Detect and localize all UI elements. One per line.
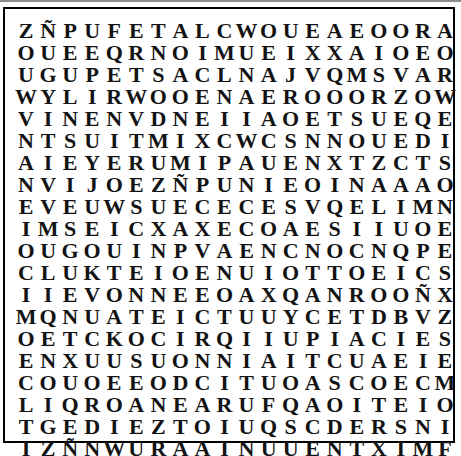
grid-cell[interactable]: P bbox=[169, 240, 191, 262]
grid-cell[interactable]: E bbox=[103, 64, 125, 86]
grid-cell[interactable]: O bbox=[302, 86, 324, 108]
grid-cell[interactable]: E bbox=[147, 306, 169, 328]
grid-cell[interactable]: R bbox=[81, 394, 103, 416]
grid-cell[interactable]: E bbox=[434, 218, 456, 240]
grid-cell[interactable]: I bbox=[15, 284, 37, 306]
grid-cell[interactable]: M bbox=[147, 130, 169, 152]
grid-cell[interactable]: I bbox=[191, 42, 213, 64]
grid-cell[interactable]: N bbox=[324, 130, 346, 152]
grid-cell[interactable]: V bbox=[37, 174, 59, 196]
grid-cell[interactable]: T bbox=[213, 306, 235, 328]
grid-cell[interactable]: A bbox=[390, 174, 412, 196]
grid-cell[interactable]: N bbox=[235, 174, 257, 196]
grid-cell[interactable]: Q bbox=[103, 42, 125, 64]
grid-cell[interactable]: E bbox=[59, 42, 81, 64]
grid-cell[interactable]: E bbox=[412, 42, 434, 64]
grid-cell[interactable]: A bbox=[235, 152, 257, 174]
grid-cell[interactable]: E bbox=[125, 262, 147, 284]
grid-cell[interactable]: E bbox=[302, 218, 324, 240]
grid-cell[interactable]: E bbox=[302, 20, 324, 42]
grid-cell[interactable]: I bbox=[59, 174, 81, 196]
grid-cell[interactable]: Z bbox=[37, 438, 59, 456]
grid-cell[interactable]: E bbox=[191, 262, 213, 284]
grid-cell[interactable]: E bbox=[37, 328, 59, 350]
grid-cell[interactable]: M bbox=[434, 372, 456, 394]
grid-cell[interactable]: I bbox=[412, 350, 434, 372]
grid-cell[interactable]: E bbox=[302, 438, 324, 456]
grid-cell[interactable]: T bbox=[103, 262, 125, 284]
grid-cell[interactable]: E bbox=[390, 108, 412, 130]
grid-cell[interactable]: U bbox=[258, 372, 280, 394]
grid-cell[interactable]: E bbox=[169, 394, 191, 416]
grid-cell[interactable]: E bbox=[81, 218, 103, 240]
grid-cell[interactable]: E bbox=[125, 416, 147, 438]
grid-cell[interactable]: T bbox=[346, 152, 368, 174]
grid-cell[interactable]: T bbox=[302, 350, 324, 372]
grid-cell[interactable]: U bbox=[368, 130, 390, 152]
grid-cell[interactable]: S bbox=[324, 218, 346, 240]
grid-cell[interactable]: A bbox=[15, 152, 37, 174]
grid-cell[interactable]: U bbox=[235, 416, 257, 438]
grid-cell[interactable]: L bbox=[15, 394, 37, 416]
grid-cell[interactable]: O bbox=[368, 20, 390, 42]
grid-cell[interactable]: E bbox=[390, 394, 412, 416]
grid-cell[interactable]: N bbox=[213, 350, 235, 372]
grid-cell[interactable]: E bbox=[191, 86, 213, 108]
grid-cell[interactable]: I bbox=[434, 416, 456, 438]
grid-cell[interactable]: E bbox=[125, 174, 147, 196]
grid-cell[interactable]: P bbox=[213, 152, 235, 174]
grid-cell[interactable]: E bbox=[191, 284, 213, 306]
grid-cell[interactable]: V bbox=[302, 196, 324, 218]
grid-cell[interactable]: U bbox=[59, 64, 81, 86]
grid-cell[interactable]: U bbox=[81, 306, 103, 328]
grid-cell[interactable]: A bbox=[191, 438, 213, 456]
grid-cell[interactable]: D bbox=[147, 108, 169, 130]
grid-cell[interactable]: E bbox=[15, 196, 37, 218]
grid-cell[interactable]: P bbox=[59, 20, 81, 42]
grid-cell[interactable]: E bbox=[81, 42, 103, 64]
grid-cell[interactable]: L bbox=[37, 262, 59, 284]
grid-cell[interactable]: T bbox=[169, 416, 191, 438]
grid-cell[interactable]: V bbox=[125, 108, 147, 130]
grid-cell[interactable]: O bbox=[346, 130, 368, 152]
grid-cell[interactable]: L bbox=[368, 196, 390, 218]
grid-cell[interactable]: I bbox=[235, 108, 257, 130]
grid-cell[interactable]: R bbox=[103, 86, 125, 108]
grid-cell[interactable]: I bbox=[213, 108, 235, 130]
grid-cell[interactable]: W bbox=[125, 86, 147, 108]
grid-cell[interactable]: E bbox=[258, 42, 280, 64]
grid-cell[interactable]: G bbox=[59, 240, 81, 262]
grid-cell[interactable]: U bbox=[213, 174, 235, 196]
grid-cell[interactable]: C bbox=[412, 262, 434, 284]
grid-cell[interactable]: C bbox=[191, 306, 213, 328]
grid-cell[interactable]: U bbox=[103, 350, 125, 372]
grid-cell[interactable]: U bbox=[37, 42, 59, 64]
grid-cell[interactable]: R bbox=[191, 328, 213, 350]
grid-cell[interactable]: C bbox=[191, 196, 213, 218]
grid-cell[interactable]: Z bbox=[147, 416, 169, 438]
grid-cell[interactable]: T bbox=[346, 438, 368, 456]
grid-cell[interactable]: U bbox=[37, 240, 59, 262]
grid-cell[interactable]: I bbox=[169, 130, 191, 152]
grid-cell[interactable]: X bbox=[434, 284, 456, 306]
grid-cell[interactable]: E bbox=[125, 20, 147, 42]
grid-cell[interactable]: X bbox=[368, 438, 390, 456]
grid-cell[interactable]: U bbox=[235, 394, 257, 416]
grid-cell[interactable]: M bbox=[213, 42, 235, 64]
grid-cell[interactable]: U bbox=[280, 20, 302, 42]
grid-cell[interactable]: L bbox=[59, 86, 81, 108]
grid-cell[interactable]: N bbox=[169, 108, 191, 130]
grid-cell[interactable]: C bbox=[302, 306, 324, 328]
grid-cell[interactable]: N bbox=[324, 284, 346, 306]
grid-cell[interactable]: O bbox=[324, 394, 346, 416]
grid-cell[interactable]: T bbox=[59, 328, 81, 350]
grid-cell[interactable]: Y bbox=[37, 86, 59, 108]
grid-cell[interactable]: Y bbox=[81, 152, 103, 174]
grid-cell[interactable]: X bbox=[147, 218, 169, 240]
grid-cell[interactable]: O bbox=[169, 42, 191, 64]
grid-cell[interactable]: E bbox=[191, 108, 213, 130]
grid-cell[interactable]: O bbox=[280, 262, 302, 284]
grid-cell[interactable]: O bbox=[15, 42, 37, 64]
grid-cell[interactable]: O bbox=[346, 262, 368, 284]
grid-cell[interactable]: N bbox=[15, 174, 37, 196]
grid-cell[interactable]: N bbox=[412, 416, 434, 438]
grid-cell[interactable]: I bbox=[15, 438, 37, 456]
grid-cell[interactable]: I bbox=[169, 328, 191, 350]
grid-cell[interactable]: E bbox=[390, 130, 412, 152]
grid-cell[interactable]: Q bbox=[390, 240, 412, 262]
grid-cell[interactable]: O bbox=[434, 394, 456, 416]
grid-cell[interactable]: A bbox=[346, 42, 368, 64]
grid-cell[interactable]: S bbox=[390, 416, 412, 438]
grid-cell[interactable]: E bbox=[346, 196, 368, 218]
grid-cell[interactable]: I bbox=[390, 262, 412, 284]
grid-cell[interactable]: A bbox=[169, 64, 191, 86]
grid-cell[interactable]: O bbox=[147, 86, 169, 108]
grid-cell[interactable]: W bbox=[15, 86, 37, 108]
grid-cell[interactable]: I bbox=[37, 152, 59, 174]
grid-cell[interactable]: G bbox=[37, 64, 59, 86]
grid-cell[interactable]: T bbox=[324, 262, 346, 284]
grid-cell[interactable]: S bbox=[280, 196, 302, 218]
grid-cell[interactable]: N bbox=[81, 438, 103, 456]
grid-cell[interactable]: C bbox=[280, 240, 302, 262]
grid-cell[interactable]: W bbox=[235, 20, 257, 42]
grid-cell[interactable]: N bbox=[213, 262, 235, 284]
grid-cell[interactable]: C bbox=[368, 328, 390, 350]
grid-cell[interactable]: E bbox=[235, 240, 257, 262]
grid-cell[interactable]: Q bbox=[213, 328, 235, 350]
grid-cell[interactable]: U bbox=[368, 108, 390, 130]
grid-cell[interactable]: Y bbox=[280, 306, 302, 328]
grid-cell[interactable]: U bbox=[147, 350, 169, 372]
grid-cell[interactable]: R bbox=[346, 284, 368, 306]
grid-cell[interactable]: S bbox=[434, 262, 456, 284]
grid-cell[interactable]: E bbox=[346, 416, 368, 438]
grid-cell[interactable]: O bbox=[15, 240, 37, 262]
grid-cell[interactable]: U bbox=[258, 306, 280, 328]
grid-cell[interactable]: D bbox=[324, 416, 346, 438]
grid-cell[interactable]: A bbox=[169, 218, 191, 240]
grid-cell[interactable]: U bbox=[235, 262, 257, 284]
grid-cell[interactable]: T bbox=[235, 372, 257, 394]
grid-cell[interactable]: E bbox=[324, 306, 346, 328]
grid-cell[interactable]: U bbox=[280, 438, 302, 456]
grid-cell[interactable]: E bbox=[213, 196, 235, 218]
grid-cell[interactable]: O bbox=[390, 284, 412, 306]
grid-cell[interactable]: K bbox=[81, 262, 103, 284]
grid-cell[interactable]: I bbox=[390, 328, 412, 350]
grid-cell[interactable]: N bbox=[434, 196, 456, 218]
grid-cell[interactable]: E bbox=[346, 20, 368, 42]
grid-cell[interactable]: N bbox=[103, 108, 125, 130]
grid-cell[interactable]: O bbox=[258, 218, 280, 240]
grid-cell[interactable]: C bbox=[235, 196, 257, 218]
grid-cell[interactable]: D bbox=[368, 306, 390, 328]
grid-cell[interactable]: U bbox=[235, 42, 257, 64]
grid-cell[interactable]: M bbox=[15, 306, 37, 328]
grid-cell[interactable]: U bbox=[81, 20, 103, 42]
grid-cell[interactable]: S bbox=[125, 196, 147, 218]
grid-cell[interactable]: O bbox=[258, 20, 280, 42]
grid-cell[interactable]: E bbox=[103, 152, 125, 174]
grid-cell[interactable]: T bbox=[346, 306, 368, 328]
grid-cell[interactable]: I bbox=[368, 42, 390, 64]
grid-cell[interactable]: N bbox=[147, 240, 169, 262]
grid-cell[interactable]: A bbox=[434, 20, 456, 42]
grid-cell[interactable]: A bbox=[125, 394, 147, 416]
grid-cell[interactable]: I bbox=[169, 306, 191, 328]
grid-cell[interactable]: O bbox=[390, 42, 412, 64]
grid-cell[interactable]: W bbox=[235, 130, 257, 152]
grid-cell[interactable]: E bbox=[258, 196, 280, 218]
grid-cell[interactable]: R bbox=[280, 86, 302, 108]
grid-cell[interactable]: O bbox=[169, 262, 191, 284]
grid-cell[interactable]: V bbox=[390, 64, 412, 86]
grid-cell[interactable]: A bbox=[258, 64, 280, 86]
grid-cell[interactable]: P bbox=[81, 64, 103, 86]
grid-cell[interactable]: O bbox=[280, 108, 302, 130]
grid-cell[interactable]: O bbox=[213, 284, 235, 306]
grid-cell[interactable]: N bbox=[324, 438, 346, 456]
grid-cell[interactable]: B bbox=[390, 306, 412, 328]
grid-cell[interactable]: T bbox=[412, 152, 434, 174]
grid-cell[interactable]: E bbox=[280, 152, 302, 174]
grid-cell[interactable]: U bbox=[59, 262, 81, 284]
grid-cell[interactable]: N bbox=[59, 306, 81, 328]
grid-cell[interactable]: P bbox=[191, 174, 213, 196]
grid-cell[interactable]: S bbox=[434, 152, 456, 174]
grid-cell[interactable]: F bbox=[434, 438, 456, 456]
grid-cell[interactable]: U bbox=[15, 64, 37, 86]
grid-cell[interactable]: V bbox=[302, 64, 324, 86]
grid-cell[interactable]: I bbox=[37, 394, 59, 416]
grid-cell[interactable]: E bbox=[125, 372, 147, 394]
grid-cell[interactable]: I bbox=[15, 218, 37, 240]
grid-cell[interactable]: C bbox=[213, 20, 235, 42]
grid-cell[interactable]: A bbox=[302, 284, 324, 306]
grid-cell[interactable]: I bbox=[390, 196, 412, 218]
grid-cell[interactable]: I bbox=[213, 372, 235, 394]
grid-cell[interactable]: I bbox=[324, 174, 346, 196]
grid-cell[interactable]: X bbox=[191, 218, 213, 240]
grid-cell[interactable]: I bbox=[81, 86, 103, 108]
grid-cell[interactable]: J bbox=[81, 174, 103, 196]
grid-cell[interactable]: Z bbox=[15, 20, 37, 42]
grid-cell[interactable]: O bbox=[147, 372, 169, 394]
grid-cell[interactable]: U bbox=[258, 438, 280, 456]
grid-cell[interactable]: O bbox=[191, 416, 213, 438]
grid-cell[interactable]: I bbox=[235, 350, 257, 372]
grid-cell[interactable]: I bbox=[368, 218, 390, 240]
grid-cell[interactable]: I bbox=[103, 416, 125, 438]
grid-cell[interactable]: A bbox=[169, 20, 191, 42]
grid-cell[interactable]: R bbox=[125, 42, 147, 64]
grid-cell[interactable]: M bbox=[346, 64, 368, 86]
grid-cell[interactable]: I bbox=[125, 240, 147, 262]
grid-cell[interactable]: D bbox=[169, 372, 191, 394]
grid-cell[interactable]: R bbox=[147, 438, 169, 456]
grid-cell[interactable]: E bbox=[434, 108, 456, 130]
grid-cell[interactable]: I bbox=[37, 108, 59, 130]
grid-cell[interactable]: A bbox=[235, 284, 257, 306]
grid-cell[interactable]: N bbox=[235, 64, 257, 86]
grid-cell[interactable]: E bbox=[213, 218, 235, 240]
grid-cell[interactable]: Ñ bbox=[169, 174, 191, 196]
grid-cell[interactable]: R bbox=[434, 64, 456, 86]
grid-cell[interactable]: I bbox=[346, 394, 368, 416]
grid-cell[interactable]: O bbox=[368, 372, 390, 394]
grid-cell[interactable]: O bbox=[346, 86, 368, 108]
grid-cell[interactable]: N bbox=[302, 130, 324, 152]
grid-cell[interactable]: U bbox=[103, 240, 125, 262]
grid-cell[interactable]: E bbox=[390, 350, 412, 372]
grid-cell[interactable]: E bbox=[434, 240, 456, 262]
grid-cell[interactable]: A bbox=[346, 328, 368, 350]
grid-cell[interactable]: A bbox=[368, 350, 390, 372]
grid-cell[interactable]: C bbox=[147, 328, 169, 350]
grid-cell[interactable]: C bbox=[390, 152, 412, 174]
grid-cell[interactable]: T bbox=[125, 130, 147, 152]
grid-cell[interactable]: A bbox=[302, 394, 324, 416]
grid-cell[interactable]: O bbox=[81, 240, 103, 262]
grid-cell[interactable]: Ñ bbox=[59, 438, 81, 456]
grid-cell[interactable]: U bbox=[59, 372, 81, 394]
grid-cell[interactable]: N bbox=[302, 152, 324, 174]
grid-cell[interactable]: O bbox=[434, 42, 456, 64]
grid-cell[interactable]: T bbox=[125, 306, 147, 328]
grid-cell[interactable]: N bbox=[213, 86, 235, 108]
grid-cell[interactable]: U bbox=[81, 130, 103, 152]
grid-cell[interactable]: A bbox=[213, 240, 235, 262]
grid-cell[interactable]: Z bbox=[147, 174, 169, 196]
grid-cell[interactable]: E bbox=[302, 108, 324, 130]
grid-cell[interactable]: Ñ bbox=[412, 284, 434, 306]
grid-cell[interactable]: R bbox=[412, 20, 434, 42]
grid-cell[interactable]: T bbox=[37, 130, 59, 152]
grid-cell[interactable]: M bbox=[412, 196, 434, 218]
grid-cell[interactable]: A bbox=[191, 394, 213, 416]
grid-cell[interactable]: N bbox=[15, 130, 37, 152]
grid-cell[interactable]: C bbox=[213, 130, 235, 152]
grid-cell[interactable]: S bbox=[434, 328, 456, 350]
grid-cell[interactable]: U bbox=[81, 350, 103, 372]
grid-cell[interactable]: Q bbox=[324, 64, 346, 86]
grid-cell[interactable]: A bbox=[368, 174, 390, 196]
grid-cell[interactable]: M bbox=[37, 218, 59, 240]
grid-cell[interactable]: I bbox=[324, 328, 346, 350]
grid-cell[interactable]: U bbox=[125, 438, 147, 456]
grid-cell[interactable]: C bbox=[125, 218, 147, 240]
grid-cell[interactable]: V bbox=[37, 196, 59, 218]
grid-cell[interactable]: N bbox=[302, 240, 324, 262]
grid-cell[interactable]: T bbox=[15, 416, 37, 438]
grid-cell[interactable]: L bbox=[213, 64, 235, 86]
grid-cell[interactable]: E bbox=[169, 196, 191, 218]
grid-cell[interactable]: C bbox=[346, 372, 368, 394]
grid-cell[interactable]: O bbox=[103, 284, 125, 306]
grid-cell[interactable]: T bbox=[368, 394, 390, 416]
grid-cell[interactable]: M bbox=[412, 438, 434, 456]
grid-cell[interactable]: N bbox=[125, 284, 147, 306]
grid-cell[interactable]: E bbox=[15, 350, 37, 372]
grid-cell[interactable]: P bbox=[412, 240, 434, 262]
grid-cell[interactable]: I bbox=[390, 438, 412, 456]
grid-cell[interactable]: Z bbox=[434, 306, 456, 328]
grid-cell[interactable]: X bbox=[191, 130, 213, 152]
grid-cell[interactable]: E bbox=[368, 262, 390, 284]
grid-cell[interactable]: Q bbox=[59, 394, 81, 416]
grid-cell[interactable]: X bbox=[324, 152, 346, 174]
grid-cell[interactable]: O bbox=[81, 372, 103, 394]
grid-cell[interactable]: J bbox=[280, 64, 302, 86]
grid-cell[interactable]: E bbox=[169, 284, 191, 306]
grid-cell[interactable]: N bbox=[37, 350, 59, 372]
grid-cell[interactable]: C bbox=[258, 130, 280, 152]
grid-cell[interactable]: I bbox=[103, 218, 125, 240]
grid-cell[interactable]: S bbox=[324, 372, 346, 394]
grid-cell[interactable]: S bbox=[280, 416, 302, 438]
grid-cell[interactable]: U bbox=[258, 152, 280, 174]
grid-cell[interactable]: D bbox=[81, 416, 103, 438]
grid-cell[interactable]: C bbox=[81, 328, 103, 350]
grid-cell[interactable]: E bbox=[59, 152, 81, 174]
grid-cell[interactable]: T bbox=[302, 262, 324, 284]
grid-cell[interactable]: R bbox=[368, 416, 390, 438]
grid-cell[interactable]: V bbox=[81, 284, 103, 306]
grid-cell[interactable]: I bbox=[258, 328, 280, 350]
grid-cell[interactable]: X bbox=[324, 42, 346, 64]
grid-cell[interactable]: N bbox=[191, 350, 213, 372]
grid-cell[interactable]: N bbox=[258, 240, 280, 262]
grid-cell[interactable]: L bbox=[191, 20, 213, 42]
grid-cell[interactable]: C bbox=[324, 350, 346, 372]
grid-cell[interactable]: E bbox=[103, 372, 125, 394]
grid-cell[interactable]: Q bbox=[412, 108, 434, 130]
grid-cell[interactable]: A bbox=[169, 438, 191, 456]
grid-cell[interactable]: Ñ bbox=[37, 20, 59, 42]
grid-cell[interactable]: I bbox=[191, 152, 213, 174]
grid-cell[interactable]: T bbox=[125, 64, 147, 86]
grid-cell[interactable]: E bbox=[59, 196, 81, 218]
grid-cell[interactable]: U bbox=[81, 196, 103, 218]
grid-cell[interactable]: R bbox=[125, 152, 147, 174]
grid-cell[interactable]: P bbox=[302, 328, 324, 350]
